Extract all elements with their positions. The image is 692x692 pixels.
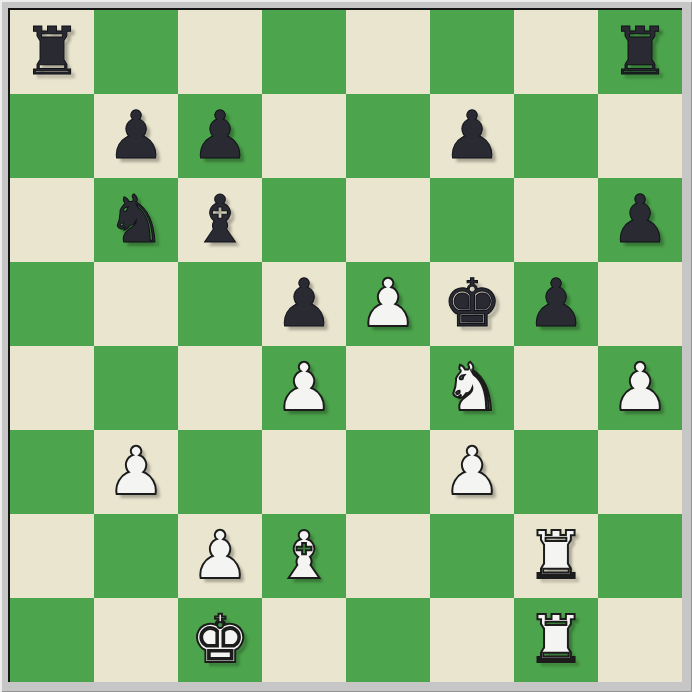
square-f8[interactable] (430, 10, 514, 94)
piece-black-king[interactable]: ♚ (442, 262, 501, 346)
piece-white-king[interactable]: ♚ (190, 598, 249, 682)
square-e5[interactable]: ♟ (346, 262, 430, 346)
piece-black-pawn[interactable]: ♟ (190, 94, 249, 178)
piece-white-pawn[interactable]: ♟ (106, 430, 165, 514)
square-g3[interactable] (514, 430, 598, 514)
piece-black-pawn[interactable]: ♟ (526, 262, 585, 346)
piece-black-pawn[interactable]: ♟ (106, 94, 165, 178)
square-e7[interactable] (346, 94, 430, 178)
square-e3[interactable] (346, 430, 430, 514)
square-f6[interactable] (430, 178, 514, 262)
square-h7[interactable] (598, 94, 682, 178)
square-g8[interactable] (514, 10, 598, 94)
square-b6[interactable]: ♞ (94, 178, 178, 262)
piece-white-pawn[interactable]: ♟ (358, 262, 417, 346)
square-h4[interactable]: ♟ (598, 346, 682, 430)
square-h1[interactable] (598, 598, 682, 682)
square-h5[interactable] (598, 262, 682, 346)
square-a5[interactable] (10, 262, 94, 346)
square-g5[interactable]: ♟ (514, 262, 598, 346)
square-h6[interactable]: ♟ (598, 178, 682, 262)
square-d7[interactable] (262, 94, 346, 178)
square-b3[interactable]: ♟ (94, 430, 178, 514)
square-d8[interactable] (262, 10, 346, 94)
square-d6[interactable] (262, 178, 346, 262)
square-f7[interactable]: ♟ (430, 94, 514, 178)
piece-white-knight[interactable]: ♞ (442, 346, 501, 430)
square-b5[interactable] (94, 262, 178, 346)
board-frame: ♜♜♟♟♟♞♝♟♟♟♚♟♟♞♟♟♟♟♝♜♚♜ (0, 0, 692, 692)
square-b2[interactable] (94, 514, 178, 598)
square-c5[interactable] (178, 262, 262, 346)
square-c7[interactable]: ♟ (178, 94, 262, 178)
square-f1[interactable] (430, 598, 514, 682)
piece-black-rook[interactable]: ♜ (610, 10, 669, 94)
square-g1[interactable]: ♜ (514, 598, 598, 682)
piece-white-rook[interactable]: ♜ (526, 514, 585, 598)
piece-black-pawn[interactable]: ♟ (442, 94, 501, 178)
square-a1[interactable] (10, 598, 94, 682)
square-c4[interactable] (178, 346, 262, 430)
square-f4[interactable]: ♞ (430, 346, 514, 430)
square-d2[interactable]: ♝ (262, 514, 346, 598)
square-f2[interactable] (430, 514, 514, 598)
square-b8[interactable] (94, 10, 178, 94)
square-d3[interactable] (262, 430, 346, 514)
piece-white-pawn[interactable]: ♟ (274, 346, 333, 430)
square-h3[interactable] (598, 430, 682, 514)
piece-white-bishop[interactable]: ♝ (274, 514, 333, 598)
piece-black-bishop[interactable]: ♝ (190, 178, 249, 262)
square-g6[interactable] (514, 178, 598, 262)
piece-black-pawn[interactable]: ♟ (274, 262, 333, 346)
piece-white-pawn[interactable]: ♟ (442, 430, 501, 514)
square-f3[interactable]: ♟ (430, 430, 514, 514)
square-e8[interactable] (346, 10, 430, 94)
square-h8[interactable]: ♜ (598, 10, 682, 94)
piece-white-rook[interactable]: ♜ (526, 598, 585, 682)
square-e2[interactable] (346, 514, 430, 598)
chess-board: ♜♜♟♟♟♞♝♟♟♟♚♟♟♞♟♟♟♟♝♜♚♜ (8, 8, 682, 682)
square-g2[interactable]: ♜ (514, 514, 598, 598)
square-d5[interactable]: ♟ (262, 262, 346, 346)
piece-black-rook[interactable]: ♜ (22, 10, 81, 94)
square-d1[interactable] (262, 598, 346, 682)
square-b4[interactable] (94, 346, 178, 430)
piece-black-knight[interactable]: ♞ (106, 178, 165, 262)
square-a2[interactable] (10, 514, 94, 598)
square-g4[interactable] (514, 346, 598, 430)
square-c6[interactable]: ♝ (178, 178, 262, 262)
square-d4[interactable]: ♟ (262, 346, 346, 430)
square-b7[interactable]: ♟ (94, 94, 178, 178)
square-e4[interactable] (346, 346, 430, 430)
square-a7[interactable] (10, 94, 94, 178)
square-h2[interactable] (598, 514, 682, 598)
piece-white-pawn[interactable]: ♟ (190, 514, 249, 598)
piece-black-pawn[interactable]: ♟ (610, 178, 669, 262)
piece-white-pawn[interactable]: ♟ (610, 346, 669, 430)
square-e6[interactable] (346, 178, 430, 262)
square-b1[interactable] (94, 598, 178, 682)
square-c2[interactable]: ♟ (178, 514, 262, 598)
square-g7[interactable] (514, 94, 598, 178)
square-a3[interactable] (10, 430, 94, 514)
square-a4[interactable] (10, 346, 94, 430)
square-a6[interactable] (10, 178, 94, 262)
square-c3[interactable] (178, 430, 262, 514)
square-a8[interactable]: ♜ (10, 10, 94, 94)
square-c1[interactable]: ♚ (178, 598, 262, 682)
square-e1[interactable] (346, 598, 430, 682)
square-f5[interactable]: ♚ (430, 262, 514, 346)
square-c8[interactable] (178, 10, 262, 94)
